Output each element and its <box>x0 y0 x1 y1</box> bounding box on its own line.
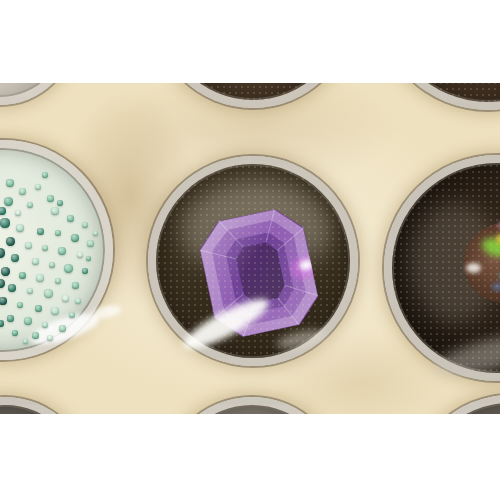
canvas <box>0 0 500 500</box>
glare-highlight <box>90 303 122 321</box>
glare-highlight <box>27 307 102 350</box>
jar-emeralds <box>0 140 113 360</box>
jar-top-right <box>376 83 500 110</box>
jar-bottom-center <box>162 397 342 414</box>
jar-opal <box>384 155 500 381</box>
opal-glint <box>466 263 481 273</box>
jar-top-center <box>153 83 353 108</box>
gem-tray-photo <box>0 83 500 414</box>
jar-bottom-left <box>0 397 90 414</box>
opal-flash-green <box>480 235 500 260</box>
jar-bottom-right <box>410 395 500 414</box>
opal-stone <box>464 223 500 303</box>
opal-flash-yellow <box>496 233 500 245</box>
glare-highlight <box>430 328 500 384</box>
jar-top-left <box>0 83 75 105</box>
jar-amethyst <box>148 156 358 366</box>
opal-flash-blue <box>492 283 500 291</box>
